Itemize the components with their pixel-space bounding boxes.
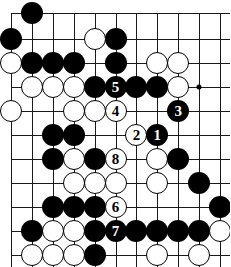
white-stone	[63, 100, 85, 122]
black-stone	[146, 76, 168, 98]
black-stone	[84, 148, 106, 170]
numbered-stone-7: 7	[105, 220, 127, 242]
white-stone	[188, 244, 210, 266]
move-number-label: 5	[112, 80, 120, 95]
grid-line-horizontal	[11, 13, 231, 14]
white-stone	[146, 52, 168, 74]
black-stone	[63, 124, 85, 146]
move-number-label: 3	[174, 104, 182, 119]
white-stone	[209, 220, 230, 242]
black-stone	[42, 148, 64, 170]
numbered-stone-5: 5	[105, 76, 127, 98]
white-stone	[63, 244, 85, 266]
white-stone	[21, 244, 43, 266]
black-stone	[188, 220, 210, 242]
black-stone	[105, 28, 127, 50]
go-board[interactable]: 54321867	[0, 0, 230, 267]
black-stone	[21, 220, 43, 242]
white-stone	[63, 148, 85, 170]
white-stone	[84, 100, 106, 122]
black-stone	[63, 52, 85, 74]
numbered-stone-1: 1	[146, 124, 168, 146]
black-stone	[125, 76, 147, 98]
star-point	[197, 85, 202, 90]
white-stone	[105, 172, 127, 194]
white-stone	[63, 76, 85, 98]
black-stone	[63, 196, 85, 218]
numbered-stone-3: 3	[167, 100, 189, 122]
black-stone	[42, 124, 64, 146]
white-stone	[0, 100, 22, 122]
black-stone	[209, 196, 230, 218]
move-number-label: 8	[112, 152, 120, 167]
white-stone	[84, 28, 106, 50]
black-stone	[105, 52, 127, 74]
black-stone	[42, 196, 64, 218]
move-number-label: 6	[112, 200, 120, 215]
move-number-label: 7	[112, 224, 120, 239]
numbered-stone-4: 4	[105, 100, 127, 122]
move-number-label: 2	[133, 128, 141, 143]
numbered-stone-6: 6	[105, 196, 127, 218]
black-stone	[146, 220, 168, 242]
black-stone	[21, 52, 43, 74]
white-stone	[63, 172, 85, 194]
move-number-label: 4	[112, 104, 120, 119]
black-stone	[167, 220, 189, 242]
black-stone	[42, 52, 64, 74]
white-stone	[167, 52, 189, 74]
black-stone	[84, 244, 106, 266]
white-stone	[146, 148, 168, 170]
black-stone	[21, 2, 43, 24]
black-stone	[167, 148, 189, 170]
white-stone	[21, 76, 43, 98]
numbered-stone-2: 2	[125, 124, 147, 146]
white-stone	[84, 172, 106, 194]
white-stone	[42, 220, 64, 242]
black-stone	[125, 220, 147, 242]
numbered-stone-8: 8	[105, 148, 127, 170]
white-stone	[42, 76, 64, 98]
white-stone	[146, 172, 168, 194]
white-stone	[42, 244, 64, 266]
white-stone	[0, 52, 22, 74]
move-number-label: 1	[154, 128, 162, 143]
white-stone	[167, 76, 189, 98]
black-stone	[84, 196, 106, 218]
white-stone	[63, 220, 85, 242]
black-stone	[84, 76, 106, 98]
black-stone	[84, 220, 106, 242]
black-stone	[188, 172, 210, 194]
white-stone	[146, 244, 168, 266]
black-stone	[0, 28, 22, 50]
